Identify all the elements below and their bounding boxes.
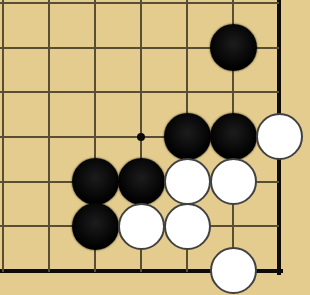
white-stone-c5-r4	[210, 158, 257, 205]
black-stone-c2-r5	[72, 203, 119, 250]
black-stone-c4-r3	[164, 113, 211, 160]
white-stone-c5-r6	[210, 247, 257, 294]
go-board[interactable]	[0, 0, 310, 295]
white-stone-c4-r4	[164, 158, 211, 205]
white-stone-c6-r3	[256, 113, 303, 160]
white-stone-c4-r5	[164, 203, 211, 250]
black-stone-c2-r4	[72, 158, 119, 205]
stones-grid	[0, 0, 302, 293]
black-stone-c5-r3	[210, 113, 257, 160]
star-point	[137, 133, 145, 141]
white-stone-c3-r5	[118, 203, 165, 250]
black-stone-c5-r1	[210, 24, 257, 71]
black-stone-c3-r4	[118, 158, 165, 205]
